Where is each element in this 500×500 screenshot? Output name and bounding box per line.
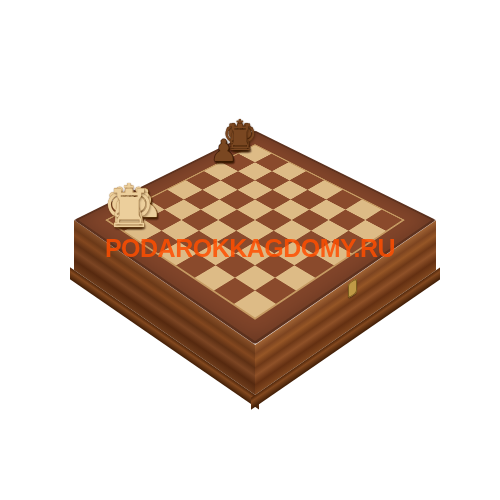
chess-set-photo: ♜♞♝♛♚♝♞♜♟♟♟♟♟♟♟♟♟♟♟♟♟♟♟♟♜♞♝♛♚♝♞♜ PODAROK… [0, 0, 500, 500]
watermark-text: PODAROKKAGDOMY.RU [105, 234, 395, 263]
brass-latch-icon [348, 278, 357, 299]
